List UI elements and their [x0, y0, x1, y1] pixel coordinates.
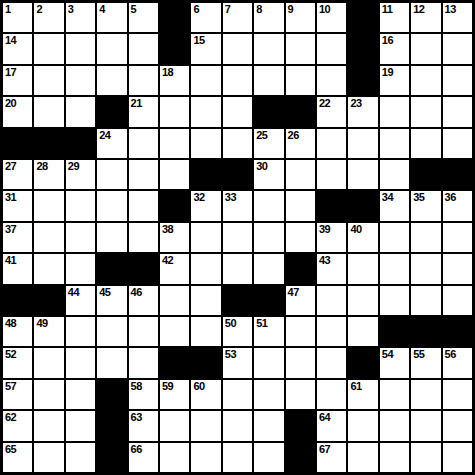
black-cell: [348, 3, 377, 32]
grid-cell[interactable]: [66, 66, 95, 95]
grid-cell[interactable]: 16: [380, 34, 409, 63]
clue-number: 6: [193, 3, 199, 16]
grid-cell[interactable]: [129, 191, 158, 220]
grid-cell[interactable]: [317, 129, 346, 158]
grid-cell[interactable]: 66: [129, 443, 158, 472]
grid-cell[interactable]: 57: [3, 380, 32, 409]
clue-number: 52: [5, 348, 16, 361]
grid-cell[interactable]: [348, 443, 377, 472]
grid-cell[interactable]: [34, 191, 63, 220]
grid-cell[interactable]: 2: [34, 3, 63, 32]
grid-cell[interactable]: 37: [3, 223, 32, 252]
grid-cell[interactable]: 30: [254, 160, 283, 189]
grid-cell[interactable]: [34, 254, 63, 283]
grid-cell[interactable]: [97, 348, 126, 377]
grid-cell[interactable]: [443, 254, 472, 283]
black-cell: [97, 411, 126, 440]
clue-number: 53: [225, 348, 236, 361]
black-cell: [348, 66, 377, 95]
clue-number: 42: [162, 254, 173, 267]
grid-cell[interactable]: [66, 34, 95, 63]
black-cell: [348, 34, 377, 63]
clue-number: 36: [445, 191, 456, 204]
grid-cell[interactable]: [97, 160, 126, 189]
clue-number: 21: [131, 97, 142, 110]
black-cell: [286, 411, 315, 440]
clue-number: 17: [5, 66, 16, 79]
grid-cell[interactable]: [66, 223, 95, 252]
grid-cell[interactable]: [254, 191, 283, 220]
clue-number: 39: [319, 223, 330, 236]
grid-cell[interactable]: 6: [191, 3, 220, 32]
clue-number: 33: [225, 191, 236, 204]
grid-cell[interactable]: [223, 223, 252, 252]
grid-cell[interactable]: [254, 411, 283, 440]
grid-cell[interactable]: 59: [160, 380, 189, 409]
grid-cell[interactable]: 67: [317, 443, 346, 472]
grid-cell[interactable]: 63: [129, 411, 158, 440]
grid-cell[interactable]: 39: [317, 223, 346, 252]
grid-cell[interactable]: 7: [223, 3, 252, 32]
grid-cell[interactable]: 9: [286, 3, 315, 32]
grid-cell[interactable]: [66, 97, 95, 126]
grid-cell[interactable]: [66, 254, 95, 283]
grid-cell[interactable]: [411, 129, 440, 158]
black-cell: [254, 97, 283, 126]
grid-cell[interactable]: 3: [66, 3, 95, 32]
grid-cell[interactable]: [443, 443, 472, 472]
clue-number: 29: [68, 160, 79, 173]
grid-cell[interactable]: [380, 286, 409, 315]
black-cell: [160, 3, 189, 32]
grid-cell[interactable]: [191, 129, 220, 158]
grid-cell[interactable]: [97, 34, 126, 63]
grid-cell[interactable]: [254, 254, 283, 283]
clue-number: 25: [256, 129, 267, 142]
clue-number: 60: [193, 380, 204, 393]
clue-number: 47: [288, 286, 299, 299]
grid-cell[interactable]: 13: [443, 3, 472, 32]
clue-number: 40: [350, 223, 361, 236]
grid-cell[interactable]: 55: [411, 348, 440, 377]
clue-number: 49: [36, 317, 47, 330]
clue-number: 54: [382, 348, 393, 361]
grid-cell[interactable]: [348, 411, 377, 440]
grid-cell[interactable]: [129, 348, 158, 377]
grid-cell[interactable]: 25: [254, 129, 283, 158]
clue-number: 7: [225, 3, 231, 16]
black-cell: [34, 286, 63, 315]
clue-number: 1: [5, 3, 11, 16]
grid-cell[interactable]: [443, 380, 472, 409]
grid-cell[interactable]: [317, 317, 346, 346]
grid-cell[interactable]: [223, 380, 252, 409]
grid-cell[interactable]: 17: [3, 66, 32, 95]
grid-cell[interactable]: 65: [3, 443, 32, 472]
grid-cell[interactable]: [34, 348, 63, 377]
black-cell: [443, 160, 472, 189]
grid-cell[interactable]: [317, 380, 346, 409]
clue-number: 22: [319, 97, 330, 110]
black-cell: [348, 191, 377, 220]
clue-number: 58: [131, 380, 142, 393]
grid-cell[interactable]: 22: [317, 97, 346, 126]
black-cell: [443, 317, 472, 346]
grid-cell[interactable]: 12: [411, 3, 440, 32]
grid-cell[interactable]: [66, 411, 95, 440]
clue-number: 30: [256, 160, 267, 173]
grid-cell[interactable]: 64: [317, 411, 346, 440]
grid-cell[interactable]: [254, 66, 283, 95]
clue-number: 48: [5, 317, 16, 330]
grid-cell[interactable]: [286, 191, 315, 220]
clue-number: 35: [413, 191, 424, 204]
grid-cell[interactable]: [411, 411, 440, 440]
clue-number: 5: [131, 3, 137, 16]
grid-cell[interactable]: [348, 160, 377, 189]
black-cell: [317, 191, 346, 220]
grid-cell[interactable]: [286, 160, 315, 189]
grid-cell[interactable]: [286, 66, 315, 95]
clue-number: 2: [36, 3, 42, 16]
grid-cell[interactable]: [160, 160, 189, 189]
grid-cell[interactable]: 38: [160, 223, 189, 252]
grid-cell[interactable]: [443, 286, 472, 315]
clue-number: 24: [99, 129, 110, 142]
grid-cell[interactable]: 1: [3, 3, 32, 32]
clue-number: 31: [5, 191, 16, 204]
grid-cell[interactable]: [317, 66, 346, 95]
grid-cell[interactable]: [34, 411, 63, 440]
clue-number: 45: [99, 286, 110, 299]
grid-cell[interactable]: [129, 129, 158, 158]
grid-cell[interactable]: 10: [317, 3, 346, 32]
grid-cell[interactable]: 46: [129, 286, 158, 315]
grid-cell[interactable]: [411, 223, 440, 252]
black-cell: [97, 97, 126, 126]
grid-cell[interactable]: 56: [443, 348, 472, 377]
grid-cell[interactable]: [160, 317, 189, 346]
clue-number: 41: [5, 254, 16, 267]
clue-number: 13: [445, 3, 456, 16]
grid-cell[interactable]: 50: [223, 317, 252, 346]
grid-cell[interactable]: [317, 348, 346, 377]
grid-cell[interactable]: [348, 129, 377, 158]
clue-number: 11: [382, 3, 393, 16]
grid-cell[interactable]: 28: [34, 160, 63, 189]
grid-cell[interactable]: 33: [223, 191, 252, 220]
grid-cell[interactable]: [191, 97, 220, 126]
grid-cell[interactable]: 11: [380, 3, 409, 32]
grid-cell[interactable]: [223, 254, 252, 283]
grid-cell[interactable]: 27: [3, 160, 32, 189]
grid-cell[interactable]: [286, 223, 315, 252]
grid-cell[interactable]: 8: [254, 3, 283, 32]
grid-cell[interactable]: [317, 34, 346, 63]
grid-cell[interactable]: [160, 411, 189, 440]
grid-cell[interactable]: [254, 380, 283, 409]
grid-cell[interactable]: [34, 97, 63, 126]
grid-cell[interactable]: [223, 97, 252, 126]
grid-cell[interactable]: [34, 380, 63, 409]
grid-cell[interactable]: 18: [160, 66, 189, 95]
grid-cell[interactable]: 19: [380, 66, 409, 95]
grid-cell[interactable]: [443, 223, 472, 252]
grid-cell[interactable]: 29: [66, 160, 95, 189]
black-cell: [129, 254, 158, 283]
clue-number: 63: [131, 411, 142, 424]
grid-cell[interactable]: [254, 443, 283, 472]
clue-number: 61: [350, 380, 361, 393]
black-cell: [191, 160, 220, 189]
grid-cell[interactable]: [286, 34, 315, 63]
grid-cell[interactable]: [254, 223, 283, 252]
clue-number: 32: [193, 191, 204, 204]
grid-cell[interactable]: [443, 34, 472, 63]
clue-number: 66: [131, 443, 142, 456]
grid-cell[interactable]: 35: [411, 191, 440, 220]
grid-cell[interactable]: 43: [317, 254, 346, 283]
grid-cell[interactable]: [160, 443, 189, 472]
grid-cell[interactable]: [129, 160, 158, 189]
grid-cell[interactable]: [411, 97, 440, 126]
grid-cell[interactable]: 47: [286, 286, 315, 315]
grid-cell[interactable]: 58: [129, 380, 158, 409]
clue-number: 59: [162, 380, 173, 393]
grid-cell[interactable]: 62: [3, 411, 32, 440]
grid-cell[interactable]: 60: [191, 380, 220, 409]
grid-cell[interactable]: [66, 348, 95, 377]
grid-cell[interactable]: [411, 286, 440, 315]
grid-cell[interactable]: [380, 129, 409, 158]
grid-cell[interactable]: [34, 34, 63, 63]
grid-cell[interactable]: 41: [3, 254, 32, 283]
clue-number: 14: [5, 34, 16, 47]
grid-cell[interactable]: 15: [191, 34, 220, 63]
black-cell: [3, 129, 32, 158]
black-cell: [223, 160, 252, 189]
grid-cell[interactable]: [348, 317, 377, 346]
grid-cell[interactable]: [191, 443, 220, 472]
grid-cell[interactable]: [380, 160, 409, 189]
grid-cell[interactable]: [97, 223, 126, 252]
grid-cell[interactable]: [380, 411, 409, 440]
grid-cell[interactable]: [348, 254, 377, 283]
clue-number: 12: [413, 3, 424, 16]
clue-number: 65: [5, 443, 16, 456]
clue-number: 10: [319, 3, 330, 16]
grid-cell[interactable]: [286, 317, 315, 346]
crossword-grid: 1234567891011121314151617181920212223242…: [0, 0, 475, 475]
grid-cell[interactable]: 36: [443, 191, 472, 220]
grid-cell[interactable]: 42: [160, 254, 189, 283]
grid-cell[interactable]: 48: [3, 317, 32, 346]
clue-number: 15: [193, 34, 204, 47]
clue-number: 9: [288, 3, 294, 16]
grid-cell[interactable]: 44: [66, 286, 95, 315]
clue-number: 56: [445, 348, 456, 361]
grid-cell[interactable]: [191, 254, 220, 283]
clue-number: 62: [5, 411, 16, 424]
grid-cell[interactable]: [34, 223, 63, 252]
grid-cell[interactable]: [411, 34, 440, 63]
grid-cell[interactable]: 5: [129, 3, 158, 32]
grid-cell[interactable]: [97, 191, 126, 220]
grid-cell[interactable]: 31: [3, 191, 32, 220]
black-cell: [286, 97, 315, 126]
clue-number: 8: [256, 3, 262, 16]
grid-cell[interactable]: [191, 317, 220, 346]
grid-cell[interactable]: [223, 34, 252, 63]
black-cell: [97, 254, 126, 283]
grid-cell[interactable]: [286, 348, 315, 377]
grid-cell[interactable]: [254, 348, 283, 377]
clue-number: 38: [162, 223, 173, 236]
grid-cell[interactable]: 26: [286, 129, 315, 158]
grid-cell[interactable]: 49: [34, 317, 63, 346]
clue-number: 37: [5, 223, 16, 236]
grid-cell[interactable]: [254, 34, 283, 63]
grid-cell[interactable]: [443, 97, 472, 126]
grid-cell[interactable]: 54: [380, 348, 409, 377]
grid-cell[interactable]: [223, 443, 252, 472]
grid-cell[interactable]: 34: [380, 191, 409, 220]
clue-number: 67: [319, 443, 330, 456]
clue-number: 55: [413, 348, 424, 361]
grid-cell[interactable]: [380, 380, 409, 409]
clue-number: 64: [319, 411, 330, 424]
grid-cell[interactable]: [223, 129, 252, 158]
grid-cell[interactable]: [223, 411, 252, 440]
clue-number: 4: [99, 3, 105, 16]
grid-cell[interactable]: 14: [3, 34, 32, 63]
clue-number: 43: [319, 254, 330, 267]
grid-cell[interactable]: [191, 66, 220, 95]
grid-cell[interactable]: [97, 317, 126, 346]
black-cell: [380, 317, 409, 346]
clue-number: 57: [5, 380, 16, 393]
grid-cell[interactable]: 52: [3, 348, 32, 377]
black-cell: [34, 129, 63, 158]
grid-cell[interactable]: [380, 97, 409, 126]
grid-cell[interactable]: [191, 223, 220, 252]
grid-cell[interactable]: [160, 129, 189, 158]
grid-cell[interactable]: [160, 286, 189, 315]
grid-cell[interactable]: [34, 443, 63, 472]
black-cell: [3, 286, 32, 315]
grid-cell[interactable]: 45: [97, 286, 126, 315]
clue-number: 28: [36, 160, 47, 173]
clue-number: 51: [256, 317, 267, 330]
clue-number: 18: [162, 66, 173, 79]
black-cell: [97, 443, 126, 472]
grid-cell[interactable]: [411, 443, 440, 472]
grid-cell[interactable]: [129, 34, 158, 63]
grid-cell[interactable]: [348, 286, 377, 315]
black-cell: [411, 317, 440, 346]
grid-cell[interactable]: 61: [348, 380, 377, 409]
grid-cell[interactable]: [411, 254, 440, 283]
grid-cell[interactable]: 40: [348, 223, 377, 252]
grid-cell[interactable]: [317, 160, 346, 189]
clue-number: 23: [350, 97, 361, 110]
grid-cell[interactable]: [443, 66, 472, 95]
clue-number: 20: [5, 97, 16, 110]
grid-cell[interactable]: [66, 191, 95, 220]
grid-cell[interactable]: 51: [254, 317, 283, 346]
black-cell: [160, 191, 189, 220]
black-cell: [97, 380, 126, 409]
grid-cell[interactable]: [443, 129, 472, 158]
black-cell: [411, 160, 440, 189]
grid-cell[interactable]: [443, 411, 472, 440]
clue-number: 3: [68, 3, 74, 16]
black-cell: [348, 348, 377, 377]
clue-number: 19: [382, 66, 393, 79]
black-cell: [160, 34, 189, 63]
grid-cell[interactable]: 53: [223, 348, 252, 377]
grid-cell[interactable]: 20: [3, 97, 32, 126]
grid-cell[interactable]: [160, 97, 189, 126]
grid-cell[interactable]: [223, 66, 252, 95]
black-cell: [254, 286, 283, 315]
clue-number: 34: [382, 191, 393, 204]
black-cell: [191, 348, 220, 377]
clue-number: 46: [131, 286, 142, 299]
grid-cell[interactable]: [34, 66, 63, 95]
grid-cell[interactable]: [129, 317, 158, 346]
grid-cell[interactable]: 32: [191, 191, 220, 220]
clue-number: 16: [382, 34, 393, 47]
black-cell: [286, 443, 315, 472]
clue-number: 44: [68, 286, 79, 299]
grid-cell[interactable]: [380, 223, 409, 252]
grid-cell[interactable]: 4: [97, 3, 126, 32]
grid-cell[interactable]: [191, 411, 220, 440]
grid-cell[interactable]: [129, 66, 158, 95]
grid-cell[interactable]: [380, 254, 409, 283]
black-cell: [286, 254, 315, 283]
grid-cell[interactable]: 21: [129, 97, 158, 126]
grid-cell[interactable]: [286, 380, 315, 409]
grid-cell[interactable]: [97, 66, 126, 95]
grid-cell[interactable]: [66, 317, 95, 346]
clue-number: 50: [225, 317, 236, 330]
grid-cell[interactable]: [411, 380, 440, 409]
black-cell: [160, 348, 189, 377]
grid-cell[interactable]: 23: [348, 97, 377, 126]
black-cell: [223, 286, 252, 315]
grid-cell[interactable]: 24: [97, 129, 126, 158]
black-cell: [66, 129, 95, 158]
grid-cell[interactable]: [380, 443, 409, 472]
grid-cell[interactable]: [317, 286, 346, 315]
grid-cell[interactable]: [66, 380, 95, 409]
grid-cell[interactable]: [66, 443, 95, 472]
clue-number: 27: [5, 160, 16, 173]
grid-cell[interactable]: [411, 66, 440, 95]
clue-number: 26: [288, 129, 299, 142]
grid-cell[interactable]: [191, 286, 220, 315]
grid-cell[interactable]: [129, 223, 158, 252]
